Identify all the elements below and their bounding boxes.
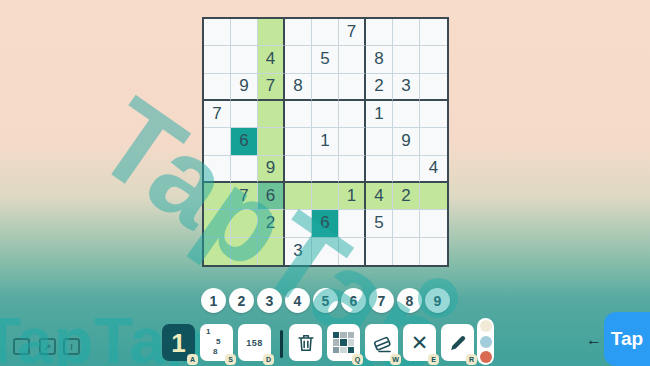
cell-r7c1[interactable] (204, 183, 231, 210)
numpad-4[interactable]: 4 (285, 288, 310, 313)
cell-r3c7[interactable]: 2 (366, 74, 393, 101)
cell-r6c2[interactable] (231, 156, 258, 183)
cell-r2c1[interactable] (204, 46, 231, 73)
eraser-button[interactable]: W (365, 324, 398, 361)
trash-button[interactable] (289, 324, 322, 361)
window-control-info-icon[interactable]: ! (63, 338, 80, 355)
cell-r3c6[interactable] (339, 74, 366, 101)
cell-r6c7[interactable] (366, 156, 393, 183)
cell-r4c6[interactable] (339, 101, 366, 128)
cell-r4c2[interactable] (231, 101, 258, 128)
cell-r6c1[interactable] (204, 156, 231, 183)
x-icon: ✕ (411, 332, 429, 353)
cell-r9c7[interactable] (366, 238, 393, 265)
numpad-5[interactable]: 5 (313, 288, 338, 313)
numpad-7[interactable]: 7 (369, 288, 394, 313)
info-icon: ! (70, 342, 73, 352)
cell-r4c7[interactable]: 1 (366, 101, 393, 128)
cell-r4c1[interactable]: 7 (204, 101, 231, 128)
theme-dot-blue[interactable] (480, 336, 492, 348)
cell-r7c4[interactable] (285, 183, 312, 210)
cell-r2c2[interactable] (231, 46, 258, 73)
cell-r8c3[interactable]: 2 (258, 210, 285, 237)
toolbar-divider (280, 330, 283, 358)
cell-r4c5[interactable] (312, 101, 339, 128)
cell-r2c9[interactable] (420, 46, 447, 73)
cell-r9c2[interactable] (231, 238, 258, 265)
cell-r3c2[interactable]: 9 (231, 74, 258, 101)
shortcut-badge-s: S (225, 354, 236, 365)
pencil-button[interactable]: R (441, 324, 474, 361)
center-mode-label: 158 (246, 338, 263, 348)
cell-r8c2[interactable] (231, 210, 258, 237)
cell-r6c9[interactable]: 4 (420, 156, 447, 183)
shortcut-badge-e: E (428, 354, 439, 365)
cell-r8c7[interactable]: 5 (366, 210, 393, 237)
cell-r3c4[interactable]: 8 (285, 74, 312, 101)
cell-r6c5[interactable] (312, 156, 339, 183)
arrow-up-right-icon: ↗ (44, 342, 52, 352)
sudoku-board: 7458978237161994761422653 (202, 17, 449, 267)
cell-r1c1[interactable] (204, 19, 231, 46)
shortcut-badge-w: W (390, 354, 401, 365)
cell-r4c4[interactable] (285, 101, 312, 128)
window-control-fullscreen-icon[interactable]: ↗ (39, 338, 56, 355)
cell-r3c5[interactable] (312, 74, 339, 101)
theme-dot-red[interactable] (480, 351, 492, 363)
cell-r9c4[interactable]: 3 (285, 238, 312, 265)
cell-r7c3[interactable]: 6 (258, 183, 285, 210)
cell-r2c3[interactable]: 4 (258, 46, 285, 73)
cell-r9c1[interactable] (204, 238, 231, 265)
shortcut-badge-q: Q (352, 354, 363, 365)
taptap-logo[interactable]: Tap (604, 312, 650, 366)
cell-r5c4[interactable] (285, 128, 312, 155)
cell-r1c9[interactable] (420, 19, 447, 46)
cell-r1c6[interactable]: 7 (339, 19, 366, 46)
cell-r1c3[interactable] (258, 19, 285, 46)
cell-r6c4[interactable] (285, 156, 312, 183)
numpad-6[interactable]: 6 (341, 288, 366, 313)
cell-r2c7[interactable]: 8 (366, 46, 393, 73)
cell-r7c6[interactable]: 1 (339, 183, 366, 210)
cell-r2c6[interactable] (339, 46, 366, 73)
trash-icon (295, 332, 317, 354)
cell-r6c3[interactable]: 9 (258, 156, 285, 183)
cell-r5c7[interactable] (366, 128, 393, 155)
clear-button[interactable]: ✕ E (403, 324, 436, 361)
theme-dot-cream[interactable] (480, 320, 492, 332)
window-control-square-icon[interactable] (13, 338, 30, 355)
cell-r9c6[interactable] (339, 238, 366, 265)
cell-r1c7[interactable] (366, 19, 393, 46)
pencil-icon (447, 332, 469, 354)
cell-r2c4[interactable] (285, 46, 312, 73)
cell-r5c6[interactable] (339, 128, 366, 155)
cell-r3c3[interactable]: 7 (258, 74, 285, 101)
numpad-2[interactable]: 2 (229, 288, 254, 313)
cell-r2c8[interactable] (393, 46, 420, 73)
cell-r4c9[interactable] (420, 101, 447, 128)
shortcut-badge-d: D (263, 354, 274, 365)
cell-r3c9[interactable] (420, 74, 447, 101)
numpad-8[interactable]: 8 (397, 288, 422, 313)
grid-button[interactable]: Q (327, 324, 360, 361)
collapse-arrow-icon[interactable]: ← (586, 331, 602, 349)
normal-mode-button[interactable]: 1 A (162, 324, 195, 361)
cell-r9c9[interactable] (420, 238, 447, 265)
cell-r8c6[interactable] (339, 210, 366, 237)
number-pad: 123456789 (201, 288, 450, 313)
cell-r1c2[interactable] (231, 19, 258, 46)
cell-r4c8[interactable] (393, 101, 420, 128)
cell-r7c5[interactable] (312, 183, 339, 210)
cell-r8c5[interactable]: 6 (312, 210, 339, 237)
cell-r5c8[interactable]: 9 (393, 128, 420, 155)
cell-r1c4[interactable] (285, 19, 312, 46)
numpad-1[interactable]: 1 (201, 288, 226, 313)
cell-r4c3[interactable] (258, 101, 285, 128)
cell-r6c8[interactable] (393, 156, 420, 183)
cell-r8c4[interactable] (285, 210, 312, 237)
cell-r8c9[interactable] (420, 210, 447, 237)
cell-r2c5[interactable]: 5 (312, 46, 339, 73)
cell-r5c5[interactable]: 1 (312, 128, 339, 155)
app-screen: TapTap TapTap 7458978237161994761422653 … (0, 0, 650, 366)
normal-mode-label: 1 (171, 330, 185, 356)
cell-r1c8[interactable] (393, 19, 420, 46)
numpad-9[interactable]: 9 (425, 288, 450, 313)
cell-r8c8[interactable] (393, 210, 420, 237)
cell-r5c2[interactable]: 6 (231, 128, 258, 155)
cell-r8c1[interactable] (204, 210, 231, 237)
cell-r6c6[interactable] (339, 156, 366, 183)
corner-mode-button[interactable]: 1 5 8 S (200, 324, 233, 361)
shortcut-badge-r: R (466, 354, 477, 365)
cell-r7c7[interactable]: 4 (366, 183, 393, 210)
cell-r9c5[interactable] (312, 238, 339, 265)
cell-r5c1[interactable] (204, 128, 231, 155)
numpad-3[interactable]: 3 (257, 288, 282, 313)
cell-r5c9[interactable] (420, 128, 447, 155)
center-mode-button[interactable]: 158 D (238, 324, 271, 361)
cell-r1c5[interactable] (312, 19, 339, 46)
theme-dots (477, 318, 494, 365)
cell-r7c2[interactable]: 7 (231, 183, 258, 210)
cell-r5c3[interactable] (258, 128, 285, 155)
shortcut-badge-a: A (187, 354, 198, 365)
cell-r9c3[interactable] (258, 238, 285, 265)
cell-r3c1[interactable] (204, 74, 231, 101)
cell-r3c8[interactable]: 3 (393, 74, 420, 101)
grid-icon (333, 332, 355, 354)
eraser-icon (370, 331, 394, 355)
cell-r9c8[interactable] (393, 238, 420, 265)
cell-r7c9[interactable] (420, 183, 447, 210)
cell-r7c8[interactable]: 2 (393, 183, 420, 210)
